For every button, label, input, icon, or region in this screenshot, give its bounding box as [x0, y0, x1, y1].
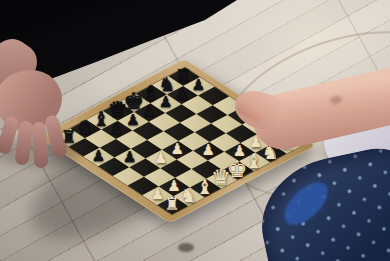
white-pawn-c4[interactable]: ♟	[153, 151, 166, 166]
white-pawn-b2[interactable]: ♟	[166, 179, 179, 194]
black-pawn-c7[interactable]: ♟	[109, 122, 122, 137]
black-pawn-g7[interactable]: ♟	[175, 87, 188, 102]
black-pawn-b5[interactable]: ♟	[122, 150, 135, 165]
photo-scene: ♜♞♝♛♚♝♞♜♟♟♟♟♟♟♟♟♟♟♟♟♟♟♟♟♜♞♝♛♚♝♞♜	[0, 0, 390, 261]
black-pawn-e7[interactable]: ♟	[142, 104, 155, 119]
black-knight-b8[interactable]: ♞	[76, 118, 93, 137]
white-pawn-a2[interactable]: ♟	[150, 187, 163, 202]
fabric-fold-highlight	[277, 175, 335, 233]
white-pawn-d4[interactable]: ♟	[170, 142, 183, 157]
white-rook-a1[interactable]: ♜	[163, 195, 179, 213]
black-king-e8[interactable]: ♚	[123, 90, 144, 113]
black-knight-g8[interactable]: ♞	[158, 75, 175, 94]
black-pawn-f7[interactable]: ♟	[158, 95, 171, 110]
black-rook-h8[interactable]: ♜	[175, 67, 191, 85]
white-knight-g1[interactable]: ♞	[261, 143, 278, 162]
white-pawn-h2[interactable]: ♟	[265, 126, 278, 141]
black-rook-a8[interactable]: ♜	[60, 128, 76, 146]
black-pawn-d7[interactable]: ♟	[125, 113, 138, 128]
black-bishop-f8[interactable]: ♝	[141, 83, 159, 103]
white-bishop-f1[interactable]: ♝	[244, 151, 262, 171]
white-knight-b1[interactable]: ♞	[179, 186, 196, 205]
white-pawn-e3[interactable]: ♟	[201, 143, 214, 158]
white-rook-h1[interactable]: ♜	[278, 134, 294, 152]
black-pawn-h7[interactable]: ♟	[191, 78, 204, 93]
white-king-e1[interactable]: ♚	[226, 158, 247, 181]
black-pawn-a6[interactable]: ♟	[91, 149, 104, 164]
floor-knot	[178, 243, 194, 252]
